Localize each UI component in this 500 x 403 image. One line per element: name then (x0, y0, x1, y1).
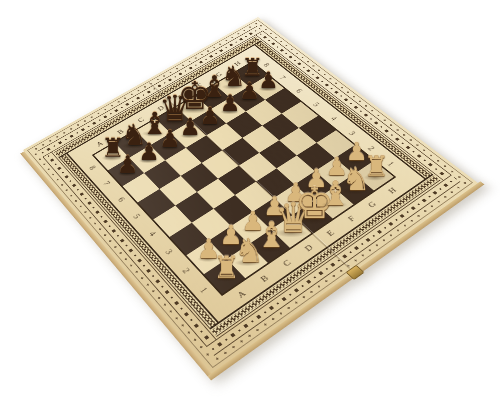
scene: ABCDEFGH ABCDEFGH 87654321 87654321 ♜♞♝♛… (0, 0, 500, 403)
piece-black-pawn-d7[interactable]: ♟ (180, 116, 201, 140)
piece-black-pawn-a7[interactable]: ♟ (117, 153, 139, 177)
piece-black-pawn-h7[interactable]: ♟ (258, 69, 278, 92)
piece-black-pawn-b7[interactable]: ♟ (138, 140, 160, 164)
piece-black-pawn-c7[interactable]: ♟ (159, 128, 180, 152)
piece-white-rook-h1[interactable]: ♜ (364, 153, 389, 181)
piece-black-pawn-e7[interactable]: ♟ (200, 104, 221, 127)
piece-black-pawn-g7[interactable]: ♟ (239, 81, 260, 104)
piece-black-pawn-f7[interactable]: ♟ (220, 92, 241, 115)
